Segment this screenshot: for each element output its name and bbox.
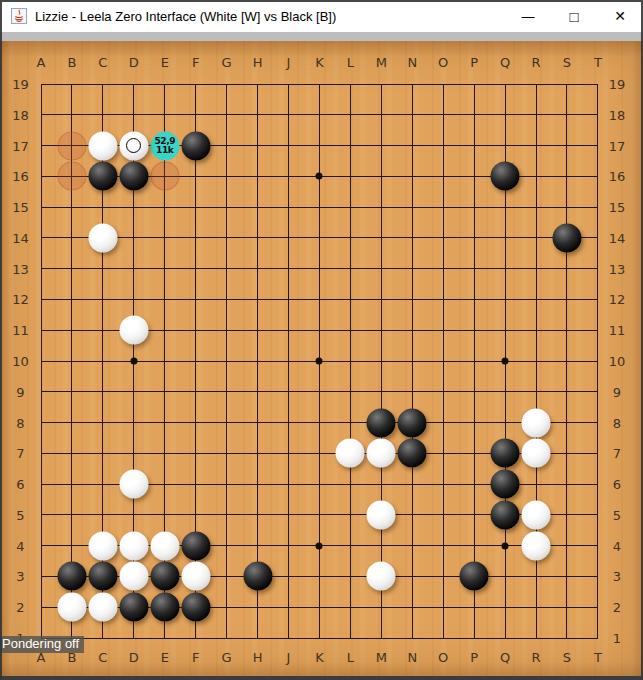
coord-label-right: 13 — [609, 261, 626, 276]
coord-label-right: 19 — [609, 77, 626, 92]
coord-label-top: T — [594, 55, 602, 70]
stone-white — [119, 316, 148, 345]
coord-label-top: Q — [500, 55, 510, 70]
coord-label-top: A — [37, 55, 46, 70]
coord-label-left: 13 — [12, 261, 29, 276]
coord-label-right: 9 — [613, 384, 621, 399]
stone-black — [398, 439, 427, 468]
close-button[interactable]: ✕ — [597, 0, 643, 32]
stone-black — [181, 531, 210, 560]
coord-label-bottom: C — [98, 650, 107, 665]
stone-black — [119, 162, 148, 191]
coord-label-right: 10 — [609, 354, 626, 369]
grid-line — [381, 84, 382, 639]
coord-label-right: 4 — [613, 538, 621, 553]
coord-label-left: 11 — [12, 323, 29, 338]
coord-label-left: 7 — [16, 446, 24, 461]
coord-label-right: 14 — [609, 230, 626, 245]
coord-label-top: H — [253, 55, 263, 70]
coord-label-top: M — [376, 55, 387, 70]
stone-white — [88, 131, 117, 160]
coord-label-top: G — [222, 55, 232, 70]
stone-white — [119, 562, 148, 591]
coord-label-left: 8 — [16, 415, 24, 430]
stone-white — [119, 470, 148, 499]
stone-black — [243, 562, 272, 591]
coord-label-left: 19 — [12, 77, 29, 92]
coord-label-right: 5 — [613, 507, 621, 522]
go-board[interactable]: Pondering off AABBCCDDEEFFGGHHJJKKLLMMNN… — [0, 41, 643, 676]
star-point — [130, 358, 137, 365]
coord-label-left: 18 — [12, 107, 29, 122]
hint-visits-label: 11k — [156, 146, 173, 156]
stone-white — [522, 531, 551, 560]
coord-label-bottom: H — [253, 650, 263, 665]
stone-black — [491, 439, 520, 468]
coord-label-right: 3 — [613, 569, 621, 584]
analysis-candidate-hint[interactable] — [150, 162, 179, 191]
coord-label-left: 3 — [16, 569, 24, 584]
stone-white — [367, 562, 396, 591]
coord-label-bottom: G — [222, 650, 232, 665]
stone-white — [57, 593, 86, 622]
coord-label-bottom: F — [192, 650, 199, 665]
grid-line — [41, 422, 599, 423]
stone-white — [367, 500, 396, 529]
coord-label-left: 6 — [16, 477, 24, 492]
analysis-best-move-hint[interactable]: 52,911k — [150, 131, 179, 160]
coord-label-left: 14 — [12, 230, 29, 245]
coord-label-bottom: T — [594, 650, 602, 665]
grid-line — [443, 84, 444, 639]
coord-label-right: 8 — [613, 415, 621, 430]
coord-label-bottom: N — [407, 650, 417, 665]
coord-label-left: 10 — [12, 354, 29, 369]
grid-line — [41, 638, 599, 639]
stone-white — [88, 593, 117, 622]
stone-white — [150, 531, 179, 560]
stone-white — [367, 439, 396, 468]
coord-label-bottom: Q — [500, 650, 510, 665]
grid-line — [597, 84, 598, 639]
stone-black — [57, 562, 86, 591]
stone-black — [181, 131, 210, 160]
coord-label-top: D — [129, 55, 139, 70]
coord-label-top: E — [161, 55, 169, 70]
grid-line — [566, 84, 567, 639]
coord-label-top: O — [438, 55, 448, 70]
coord-label-bottom: R — [532, 650, 541, 665]
stone-black — [119, 593, 148, 622]
coord-label-top: P — [470, 55, 478, 70]
coord-label-top: N — [407, 55, 417, 70]
coord-label-bottom: K — [315, 650, 324, 665]
coord-label-top: F — [192, 55, 199, 70]
coord-label-left: 17 — [12, 138, 29, 153]
coord-label-left: 2 — [16, 600, 24, 615]
grid-line — [350, 84, 351, 639]
pondering-status: Pondering off — [0, 636, 84, 653]
coord-label-right: 15 — [609, 200, 626, 215]
stone-white — [88, 223, 117, 252]
window-bottom-edge — [0, 676, 643, 680]
coord-label-bottom: E — [161, 650, 169, 665]
stone-white — [119, 131, 148, 160]
maximize-button[interactable]: □ — [551, 0, 597, 34]
star-point — [316, 173, 323, 180]
star-point — [316, 542, 323, 549]
grid-line — [474, 84, 475, 639]
stone-black — [88, 562, 117, 591]
window-chrome-strip — [0, 32, 643, 41]
analysis-candidate-hint[interactable] — [57, 131, 86, 160]
coord-label-left: 16 — [12, 169, 29, 184]
star-point — [316, 358, 323, 365]
coord-label-right: 11 — [609, 323, 626, 338]
coord-label-bottom: L — [347, 650, 354, 665]
coord-label-bottom: O — [438, 650, 448, 665]
minimize-button[interactable]: — — [505, 0, 551, 32]
coord-label-right: 16 — [609, 169, 626, 184]
coord-label-right: 18 — [609, 107, 626, 122]
coord-label-top: B — [67, 55, 76, 70]
grid-line — [41, 391, 599, 392]
window-controls: — □ ✕ — [505, 0, 643, 32]
star-point — [502, 542, 509, 549]
coord-label-top: R — [532, 55, 541, 70]
coord-label-right: 1 — [613, 631, 621, 646]
coord-label-left: 5 — [16, 507, 24, 522]
stone-black — [460, 562, 489, 591]
stone-black — [181, 593, 210, 622]
coord-label-bottom: J — [287, 650, 291, 665]
coord-label-top: L — [347, 55, 354, 70]
coord-label-bottom: S — [563, 650, 571, 665]
stone-black — [398, 408, 427, 437]
grid-line — [412, 84, 413, 639]
stone-black — [88, 162, 117, 191]
stone-black — [491, 500, 520, 529]
stone-black — [491, 470, 520, 499]
stone-white — [88, 531, 117, 560]
stone-white — [336, 439, 365, 468]
analysis-candidate-hint[interactable] — [57, 162, 86, 191]
coord-label-bottom: M — [376, 650, 387, 665]
title-bar: Lizzie - Leela Zero Interface (White [W]… — [0, 0, 643, 32]
window-title: Lizzie - Leela Zero Interface (White [W]… — [35, 9, 336, 24]
stone-white — [522, 439, 551, 468]
stone-black — [150, 562, 179, 591]
coord-label-right: 7 — [613, 446, 621, 461]
coord-label-right: 2 — [613, 600, 621, 615]
stone-black — [552, 223, 581, 252]
last-move-marker — [126, 138, 141, 153]
stone-white — [522, 408, 551, 437]
coord-label-right: 17 — [609, 138, 626, 153]
coord-label-bottom: P — [470, 650, 478, 665]
coord-label-top: J — [287, 55, 291, 70]
star-point — [502, 358, 509, 365]
coord-label-top: C — [98, 55, 107, 70]
coord-label-right: 12 — [609, 292, 626, 307]
stone-white — [522, 500, 551, 529]
stone-black — [367, 408, 396, 437]
coord-label-left: 15 — [12, 200, 29, 215]
coord-label-left: 12 — [12, 292, 29, 307]
coord-label-bottom: D — [129, 650, 139, 665]
java-app-icon — [11, 8, 27, 24]
stone-black — [150, 593, 179, 622]
coord-label-left: 4 — [16, 538, 24, 553]
lizzie-window: Lizzie - Leela Zero Interface (White [W]… — [0, 0, 643, 680]
stone-white — [119, 531, 148, 560]
stone-white — [181, 562, 210, 591]
coord-label-top: K — [315, 55, 324, 70]
coord-label-right: 6 — [613, 477, 621, 492]
coord-label-left: 9 — [16, 384, 24, 399]
stone-black — [491, 162, 520, 191]
coord-label-top: S — [563, 55, 571, 70]
